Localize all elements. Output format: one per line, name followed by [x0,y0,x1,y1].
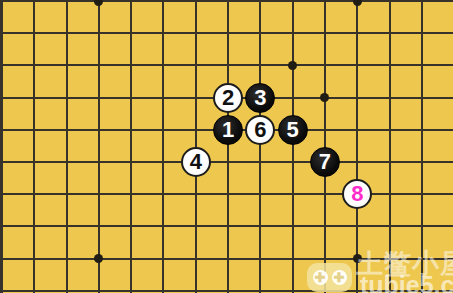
stone-white-6[interactable]: 6 [245,115,275,145]
stone-number: 2 [222,87,234,109]
star-point [94,254,103,263]
stone-number: 8 [351,183,363,205]
stone-number: 1 [222,119,234,141]
stone-number: 4 [190,151,202,173]
stone-white-2[interactable]: 2 [213,83,243,113]
stone-number: 7 [319,151,331,173]
controller-button-icon: ✚ [313,270,328,285]
game-controller-icon: ✚ ✚ [307,263,352,292]
stone-number: 6 [254,119,266,141]
stone-black-1[interactable]: 1 [213,115,243,145]
stone-white-4[interactable]: 4 [181,147,211,177]
star-point [94,0,103,6]
stone-white-8[interactable]: 8 [342,179,372,209]
star-point [353,0,362,6]
stone-number: 5 [287,119,299,141]
star-point [288,61,297,70]
stone-black-5[interactable]: 5 [278,115,308,145]
controller-button-icon: ✚ [332,270,347,285]
star-point [320,93,329,102]
stone-black-3[interactable]: 3 [245,83,275,113]
go-board-diagram: 12345678 ✚ ✚ 土鳖小屋 tubie5.cn [0,0,453,293]
stone-black-7[interactable]: 7 [310,147,340,177]
stone-number: 3 [254,87,266,109]
watermark-site-url: tubie5.cn [360,271,453,293]
